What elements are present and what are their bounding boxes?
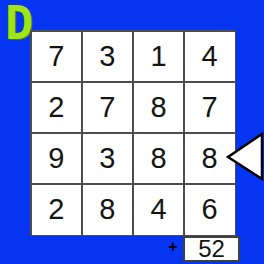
grid-cell-r3c3[interactable]: 8 (134, 134, 184, 184)
grid-cell-r4c4[interactable]: 6 (185, 185, 235, 235)
game-screen: D 7 3 1 4 2 7 8 7 9 3 8 8 2 8 4 6 + 52 (0, 0, 264, 264)
grid-cell-r1c3[interactable]: 1 (134, 32, 184, 82)
grid-cell-r4c1[interactable]: 2 (32, 185, 82, 235)
grid-cell-r3c2[interactable]: 3 (83, 134, 133, 184)
grid-cell-r2c1[interactable]: 2 (32, 83, 82, 133)
grid-cell-r1c2[interactable]: 3 (83, 32, 133, 82)
grid-cell-r4c2[interactable]: 8 (83, 185, 133, 235)
grid-cell-r2c4[interactable]: 7 (185, 83, 235, 133)
target-sum-box: 52 (183, 236, 240, 262)
grid-cell-r3c1[interactable]: 9 (32, 134, 82, 184)
number-grid: 7 3 1 4 2 7 8 7 9 3 8 8 2 8 4 6 (30, 30, 236, 236)
grid-cell-r1c1[interactable]: 7 (32, 32, 82, 82)
plus-operator: + (165, 238, 181, 256)
grid-cell-r1c4[interactable]: 4 (185, 32, 235, 82)
grid-cell-r4c3[interactable]: 4 (134, 185, 184, 235)
grid-cell-r2c3[interactable]: 8 (134, 83, 184, 133)
row-selector-arrow-icon (222, 128, 264, 184)
grid-cell-r2c2[interactable]: 7 (83, 83, 133, 133)
